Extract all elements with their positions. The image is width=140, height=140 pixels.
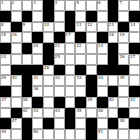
white-cell-r6c12[interactable] — [129, 65, 140, 76]
clue-number: 46 — [98, 108, 103, 113]
white-cell-r0c7[interactable]: 5 — [75, 0, 86, 11]
clue-number: 17 — [66, 32, 71, 37]
white-cell-r3c12[interactable] — [129, 32, 140, 43]
white-cell-r0c2[interactable] — [22, 0, 33, 11]
white-cell-r3c4[interactable] — [43, 32, 54, 43]
white-cell-r12c3[interactable]: 50 — [32, 129, 43, 140]
white-cell-r1c1[interactable] — [11, 11, 22, 22]
white-cell-r8c11[interactable] — [118, 86, 129, 97]
white-cell-r10c10[interactable] — [108, 108, 119, 119]
clue-number: 43 — [33, 108, 38, 113]
clue-number: 16 — [12, 32, 17, 37]
white-cell-r9c11[interactable] — [118, 97, 129, 108]
black-cell-r2c6 — [65, 22, 76, 33]
white-cell-r10c3[interactable]: 43 — [32, 108, 43, 119]
white-cell-r11c9[interactable] — [97, 118, 108, 129]
clue-number: 51 — [98, 129, 103, 134]
white-cell-r2c4[interactable]: 10 — [43, 22, 54, 33]
white-cell-r7c9[interactable]: 34 — [97, 75, 108, 86]
black-cell-r9c7 — [75, 97, 86, 108]
black-cell-r3c7 — [75, 32, 86, 43]
white-cell-r5c9[interactable] — [97, 54, 108, 65]
clue-number: 48 — [119, 118, 124, 123]
black-cell-r6c3 — [32, 65, 43, 76]
white-cell-r7c0[interactable]: 29 — [0, 75, 11, 86]
black-cell-r1c4 — [43, 11, 54, 22]
white-cell-r8c6[interactable] — [65, 86, 76, 97]
white-cell-r12c9[interactable]: 51 — [97, 129, 108, 140]
white-cell-r12c7[interactable] — [75, 129, 86, 140]
white-cell-r2c7[interactable]: 11 — [75, 22, 86, 33]
white-cell-r2c5[interactable] — [54, 22, 65, 33]
white-cell-r12c1[interactable] — [11, 129, 22, 140]
white-cell-r0c12[interactable] — [129, 0, 140, 11]
white-cell-r5c11[interactable]: 26 — [118, 54, 129, 65]
clue-number: 38 — [23, 97, 28, 102]
white-cell-r0c8[interactable] — [86, 0, 97, 11]
black-cell-r7c2 — [22, 75, 33, 86]
white-cell-r0c5[interactable]: 4 — [54, 0, 65, 11]
white-cell-r1c3[interactable] — [32, 11, 43, 22]
white-cell-r12c0[interactable]: 49 — [0, 129, 11, 140]
black-cell-r9c9 — [97, 97, 108, 108]
white-cell-r4c3[interactable]: 20 — [32, 43, 43, 54]
white-cell-r2c0[interactable]: 8 — [0, 22, 11, 33]
white-cell-r5c0[interactable]: 24 — [0, 54, 11, 65]
clue-number: 28 — [44, 65, 49, 70]
clue-number: 23 — [98, 43, 103, 48]
white-cell-r5c2[interactable] — [22, 54, 33, 65]
white-cell-r10c5[interactable]: 44 — [54, 108, 65, 119]
white-cell-r7c7[interactable]: 33 — [75, 75, 86, 86]
clue-number: 27 — [130, 54, 135, 59]
clue-number: 35 — [119, 75, 124, 80]
white-cell-r9c4[interactable] — [43, 97, 54, 108]
clue-number: 32 — [55, 75, 60, 80]
black-cell-r6c7 — [75, 65, 86, 76]
clue-number: 9 — [23, 22, 26, 27]
white-cell-r9c1[interactable] — [11, 97, 22, 108]
white-cell-r2c10[interactable]: 13 — [108, 22, 119, 33]
black-cell-r11c4 — [43, 118, 54, 129]
clue-number: 36 — [33, 86, 38, 91]
clue-number: 20 — [33, 43, 38, 48]
white-cell-r2c3[interactable] — [32, 22, 43, 33]
white-cell-r0c0[interactable]: 1 — [0, 0, 11, 11]
clue-number: 6 — [98, 0, 101, 5]
clue-number: 24 — [1, 54, 6, 59]
white-cell-r1c5[interactable] — [54, 11, 65, 22]
black-cell-r1c2 — [22, 11, 33, 22]
black-cell-r10c1 — [11, 108, 22, 119]
white-cell-r5c1[interactable] — [11, 54, 22, 65]
black-cell-r5c10 — [108, 54, 119, 65]
white-cell-r10c8[interactable] — [86, 108, 97, 119]
white-cell-r2c12[interactable]: 14 — [129, 22, 140, 33]
black-cell-r4c10 — [108, 43, 119, 54]
white-cell-r11c1[interactable]: 47 — [11, 118, 22, 129]
black-cell-r1c12 — [129, 11, 140, 22]
white-cell-r1c7[interactable] — [75, 11, 86, 22]
white-cell-r4c11[interactable] — [118, 43, 129, 54]
white-cell-r10c9[interactable]: 46 — [97, 108, 108, 119]
white-cell-r8c1[interactable] — [11, 86, 22, 97]
black-cell-r8c2 — [22, 86, 33, 97]
black-cell-r1c8 — [86, 11, 97, 22]
white-cell-r11c7[interactable] — [75, 118, 86, 129]
white-cell-r8c4[interactable] — [43, 86, 54, 97]
white-cell-r7c6[interactable] — [65, 75, 76, 86]
clue-number: 22 — [76, 43, 81, 48]
white-cell-r0c11[interactable]: 7 — [118, 0, 129, 11]
black-cell-r0c4 — [43, 0, 54, 11]
white-cell-r4c6[interactable] — [65, 43, 76, 54]
clue-number: 30 — [12, 75, 17, 80]
white-cell-r12c6[interactable] — [65, 129, 76, 140]
clue-number: 47 — [12, 118, 17, 123]
white-cell-r10c4[interactable] — [43, 108, 54, 119]
black-cell-r12c2 — [22, 129, 33, 140]
white-cell-r12c10[interactable] — [108, 129, 119, 140]
white-cell-r9c12[interactable]: 41 — [129, 97, 140, 108]
white-cell-r3c2[interactable] — [22, 32, 33, 43]
black-cell-r9c5 — [54, 97, 65, 108]
clue-number: 42 — [23, 108, 28, 113]
white-cell-r4c9[interactable]: 23 — [97, 43, 108, 54]
clue-number: 33 — [76, 75, 81, 80]
clue-number: 3 — [33, 0, 36, 5]
white-cell-r7c1[interactable]: 30 — [11, 75, 22, 86]
white-cell-r6c0[interactable] — [0, 65, 11, 76]
white-cell-r0c6[interactable] — [65, 0, 76, 11]
white-cell-r4c7[interactable]: 22 — [75, 43, 86, 54]
white-cell-r5c7[interactable] — [75, 54, 86, 65]
white-cell-r7c10[interactable] — [108, 75, 119, 86]
white-cell-r10c2[interactable]: 42 — [22, 108, 33, 119]
black-cell-r11c2 — [22, 118, 33, 129]
black-cell-r3c3 — [32, 32, 43, 43]
clue-number: 8 — [1, 22, 4, 27]
white-cell-r12c12[interactable] — [129, 129, 140, 140]
black-cell-r6c1 — [11, 65, 22, 76]
white-cell-r5c6[interactable] — [65, 54, 76, 65]
white-cell-r7c11[interactable]: 35 — [118, 75, 129, 86]
white-cell-r3c10[interactable]: 18 — [108, 32, 119, 43]
white-cell-r4c5[interactable]: 21 — [54, 43, 65, 54]
clue-number: 34 — [98, 75, 103, 80]
white-cell-r5c12[interactable]: 27 — [129, 54, 140, 65]
white-cell-r12c5[interactable] — [54, 129, 65, 140]
black-cell-r6c2 — [22, 65, 33, 76]
white-cell-r0c9[interactable]: 6 — [97, 0, 108, 11]
black-cell-r6c5 — [54, 65, 65, 76]
black-cell-r6c9 — [97, 65, 108, 76]
clue-number: 50 — [33, 129, 38, 134]
black-cell-r4c2 — [22, 43, 33, 54]
white-cell-r0c3[interactable]: 3 — [32, 0, 43, 11]
black-cell-r3c5 — [54, 32, 65, 43]
black-cell-r3c9 — [97, 32, 108, 43]
white-cell-r9c8[interactable]: 39 — [86, 97, 97, 108]
white-cell-r8c7[interactable] — [75, 86, 86, 97]
clue-number: 29 — [1, 75, 6, 80]
black-cell-r1c10 — [108, 11, 119, 22]
white-cell-r9c10[interactable]: 40 — [108, 97, 119, 108]
white-cell-r8c9[interactable] — [97, 86, 108, 97]
white-cell-r5c3[interactable] — [32, 54, 43, 65]
clue-number: 4 — [55, 0, 58, 5]
clue-number: 40 — [109, 97, 114, 102]
black-cell-r8c0 — [0, 86, 11, 97]
white-cell-r3c11[interactable]: 19 — [118, 32, 129, 43]
clue-number: 10 — [44, 22, 49, 27]
white-cell-r7c12[interactable] — [129, 75, 140, 86]
black-cell-r8c12 — [129, 86, 140, 97]
black-cell-r4c0 — [0, 43, 11, 54]
white-cell-r2c9[interactable] — [97, 22, 108, 33]
white-cell-r11c5[interactable] — [54, 118, 65, 129]
clue-number: 41 — [130, 97, 135, 102]
black-cell-r2c11 — [118, 22, 129, 33]
white-cell-r10c12[interactable] — [129, 108, 140, 119]
black-cell-r10c6 — [65, 108, 76, 119]
white-cell-r2c2[interactable]: 9 — [22, 22, 33, 33]
white-cell-r12c11[interactable] — [118, 129, 129, 140]
black-cell-r11c10 — [108, 118, 119, 129]
white-cell-r1c11[interactable] — [118, 11, 129, 22]
white-cell-r3c0[interactable]: 15 — [0, 32, 11, 43]
white-cell-r0c1[interactable]: 2 — [11, 0, 22, 11]
black-cell-r11c12 — [129, 118, 140, 129]
black-cell-r1c6 — [65, 11, 76, 22]
clue-number: 25 — [55, 54, 60, 59]
black-cell-r6c10 — [108, 65, 119, 76]
clue-number: 45 — [76, 108, 81, 113]
white-cell-r10c7[interactable]: 45 — [75, 108, 86, 119]
black-cell-r8c10 — [108, 86, 119, 97]
clue-number: 14 — [130, 22, 135, 27]
white-cell-r7c5[interactable]: 32 — [54, 75, 65, 86]
white-cell-r7c4[interactable] — [43, 75, 54, 86]
white-cell-r3c1[interactable]: 16 — [11, 32, 22, 43]
clue-number: 2 — [12, 0, 15, 5]
clue-number: 15 — [1, 32, 6, 37]
white-cell-r6c8[interactable] — [86, 65, 97, 76]
white-cell-r3c8[interactable] — [86, 32, 97, 43]
white-cell-r10c0[interactable] — [0, 108, 11, 119]
white-cell-r8c5[interactable] — [54, 86, 65, 97]
black-cell-r7c8 — [86, 75, 97, 86]
white-cell-r9c0[interactable]: 37 — [0, 97, 11, 108]
white-cell-r4c1[interactable] — [11, 43, 22, 54]
clue-number: 31 — [33, 75, 38, 80]
clue-number: 13 — [109, 22, 114, 27]
black-cell-r5c4 — [43, 54, 54, 65]
black-cell-r0c10 — [108, 0, 119, 11]
clue-number: 37 — [1, 97, 6, 102]
clue-number: 1 — [1, 0, 4, 5]
black-cell-r9c3 — [32, 97, 43, 108]
clue-number: 7 — [119, 0, 122, 5]
white-cell-r6c4[interactable]: 28 — [43, 65, 54, 76]
black-cell-r8c8 — [86, 86, 97, 97]
white-cell-r5c8[interactable] — [86, 54, 97, 65]
clue-number: 12 — [87, 22, 92, 27]
clue-number: 21 — [55, 43, 60, 48]
white-cell-r6c6[interactable] — [65, 65, 76, 76]
black-cell-r6c11 — [118, 65, 129, 76]
clue-number: 11 — [76, 22, 81, 27]
black-cell-r10c11 — [118, 108, 129, 119]
crossword-grid: 1234567891011121314151617181920212223242… — [0, 0, 140, 140]
white-cell-r8c3[interactable]: 36 — [32, 86, 43, 97]
black-cell-r11c0 — [0, 118, 11, 129]
clue-number: 26 — [119, 54, 124, 59]
white-cell-r2c8[interactable]: 12 — [86, 22, 97, 33]
white-cell-r7c3[interactable]: 31 — [32, 75, 43, 86]
white-cell-r9c6[interactable] — [65, 97, 76, 108]
white-cell-r11c11[interactable]: 48 — [118, 118, 129, 129]
clue-number: 5 — [76, 0, 79, 5]
black-cell-r12c8 — [86, 129, 97, 140]
white-cell-r11c3[interactable] — [32, 118, 43, 129]
black-cell-r4c12 — [129, 43, 140, 54]
clue-number: 19 — [119, 32, 124, 37]
black-cell-r11c8 — [86, 118, 97, 129]
black-cell-r2c1 — [11, 22, 22, 33]
white-cell-r4c8[interactable] — [86, 43, 97, 54]
black-cell-r1c0 — [0, 11, 11, 22]
clue-number: 39 — [87, 97, 92, 102]
white-cell-r1c9[interactable] — [97, 11, 108, 22]
black-cell-r11c6 — [65, 118, 76, 129]
white-cell-r3c6[interactable]: 17 — [65, 32, 76, 43]
white-cell-r12c4[interactable] — [43, 129, 54, 140]
white-cell-r9c2[interactable]: 38 — [22, 97, 33, 108]
black-cell-r4c4 — [43, 43, 54, 54]
clue-number: 49 — [1, 129, 6, 134]
clue-number: 18 — [109, 32, 114, 37]
white-cell-r5c5[interactable]: 25 — [54, 54, 65, 65]
clue-number: 44 — [55, 108, 60, 113]
